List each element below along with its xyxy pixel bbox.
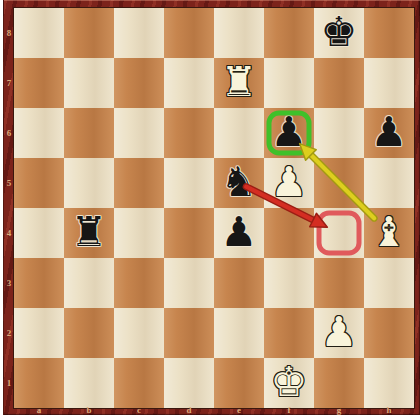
rank-label-8: 8 xyxy=(4,28,14,38)
board-frame: ♚♜♟♟♞♟♜♟♝♟♚ 87654321abcdefgh xyxy=(3,0,420,415)
square-a5[interactable] xyxy=(14,158,64,208)
file-label-c: c xyxy=(114,406,164,415)
square-g3[interactable] xyxy=(314,258,364,308)
rank-label-1: 1 xyxy=(4,378,14,388)
square-e8[interactable] xyxy=(214,8,264,58)
square-d8[interactable] xyxy=(164,8,214,58)
square-c4[interactable] xyxy=(114,208,164,258)
rank-label-6: 6 xyxy=(4,128,14,138)
piece-white-pawn-f5[interactable]: ♟ xyxy=(264,157,314,207)
rank-label-2: 2 xyxy=(4,328,14,338)
file-label-d: d xyxy=(164,406,214,415)
file-label-g: g xyxy=(314,406,364,415)
square-a2[interactable] xyxy=(14,308,64,358)
square-d6[interactable] xyxy=(164,108,214,158)
piece-white-bishop-h4[interactable]: ♝ xyxy=(364,207,414,257)
square-a8[interactable] xyxy=(14,8,64,58)
rank-label-5: 5 xyxy=(4,178,14,188)
square-f2[interactable] xyxy=(264,308,314,358)
square-e3[interactable] xyxy=(214,258,264,308)
piece-black-knight-e5[interactable]: ♞ xyxy=(214,157,264,207)
file-label-b: b xyxy=(64,406,114,415)
piece-black-pawn-e4[interactable]: ♟ xyxy=(214,207,264,257)
square-h1[interactable] xyxy=(364,358,414,408)
square-b1[interactable] xyxy=(64,358,114,408)
square-f7[interactable] xyxy=(264,58,314,108)
square-f8[interactable] xyxy=(264,8,314,58)
square-h8[interactable] xyxy=(364,8,414,58)
rank-label-7: 7 xyxy=(4,78,14,88)
square-c5[interactable] xyxy=(114,158,164,208)
square-c1[interactable] xyxy=(114,358,164,408)
piece-white-pawn-g2[interactable]: ♟ xyxy=(314,307,364,357)
square-d7[interactable] xyxy=(164,58,214,108)
piece-black-pawn-h6[interactable]: ♟ xyxy=(364,107,414,157)
piece-black-king-g8[interactable]: ♚ xyxy=(314,7,364,57)
square-b2[interactable] xyxy=(64,308,114,358)
square-c2[interactable] xyxy=(114,308,164,358)
square-g4[interactable] xyxy=(314,208,364,258)
square-f3[interactable] xyxy=(264,258,314,308)
square-h3[interactable] xyxy=(364,258,414,308)
chess-app-window: ♚♜♟♟♞♟♜♟♝♟♚ 87654321abcdefgh xyxy=(0,0,420,415)
square-b5[interactable] xyxy=(64,158,114,208)
square-d3[interactable] xyxy=(164,258,214,308)
square-d1[interactable] xyxy=(164,358,214,408)
square-a4[interactable] xyxy=(14,208,64,258)
square-g5[interactable] xyxy=(314,158,364,208)
square-b6[interactable] xyxy=(64,108,114,158)
square-c3[interactable] xyxy=(114,258,164,308)
square-a6[interactable] xyxy=(14,108,64,158)
board: ♚♜♟♟♞♟♜♟♝♟♚ xyxy=(14,8,414,408)
square-e2[interactable] xyxy=(214,308,264,358)
square-f4[interactable] xyxy=(264,208,314,258)
file-label-a: a xyxy=(14,406,64,415)
square-d4[interactable] xyxy=(164,208,214,258)
file-label-e: e xyxy=(214,406,264,415)
rank-label-3: 3 xyxy=(4,278,14,288)
piece-black-pawn-f6[interactable]: ♟ xyxy=(264,107,314,157)
square-g7[interactable] xyxy=(314,58,364,108)
piece-white-king-f1[interactable]: ♚ xyxy=(264,357,314,407)
square-b3[interactable] xyxy=(64,258,114,308)
square-h5[interactable] xyxy=(364,158,414,208)
square-d2[interactable] xyxy=(164,308,214,358)
square-h2[interactable] xyxy=(364,308,414,358)
square-h7[interactable] xyxy=(364,58,414,108)
square-d5[interactable] xyxy=(164,158,214,208)
piece-black-rook-b4[interactable]: ♜ xyxy=(64,207,114,257)
square-e6[interactable] xyxy=(214,108,264,158)
rank-label-4: 4 xyxy=(4,228,14,238)
square-g6[interactable] xyxy=(314,108,364,158)
file-label-f: f xyxy=(264,406,314,415)
square-c7[interactable] xyxy=(114,58,164,108)
square-b7[interactable] xyxy=(64,58,114,108)
square-c6[interactable] xyxy=(114,108,164,158)
square-b8[interactable] xyxy=(64,8,114,58)
square-a7[interactable] xyxy=(14,58,64,108)
square-a1[interactable] xyxy=(14,358,64,408)
file-label-h: h xyxy=(364,406,414,415)
square-e1[interactable] xyxy=(214,358,264,408)
piece-white-rook-e7[interactable]: ♜ xyxy=(214,57,264,107)
square-a3[interactable] xyxy=(14,258,64,308)
square-c8[interactable] xyxy=(114,8,164,58)
square-g1[interactable] xyxy=(314,358,364,408)
